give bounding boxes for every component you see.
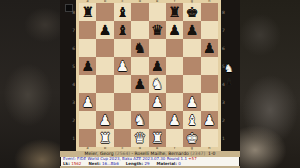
square-h4[interactable] [201,75,218,93]
square-a2[interactable] [79,111,96,129]
square-b4[interactable] [96,75,113,93]
rank-label-2: 2 [222,118,226,123]
black-rook[interactable]: ♜ [79,3,96,21]
square-g6[interactable] [183,39,200,57]
square-f3[interactable] [166,93,183,111]
chess-app-area: abcdefgh ♜♝♜♚♟♝♛♟♟♞♟♟♟♟♟♞♟♟♟♟♞♟♝♟♜♛♜♚ ab… [60,0,240,168]
white-rook[interactable]: ♜ [149,129,166,147]
square-a3[interactable]: ♟ [79,93,96,111]
rank-label-2: 2 [71,118,75,123]
rank-label-1: 1 [71,136,75,141]
black-pawn[interactable]: ♟ [79,57,96,75]
stat-lk: Lk: 1562 [63,161,81,166]
black-pawn[interactable]: ♟ [183,21,200,39]
stat-length: Length: 29 [126,161,150,166]
black-bishop[interactable]: ♝ [114,3,131,21]
white-rook[interactable]: ♜ [96,129,113,147]
square-c3[interactable] [114,93,131,111]
square-g5[interactable] [183,57,200,75]
left-letterbox-blur [0,0,60,168]
rank-label-8: 8 [71,10,75,15]
square-e3[interactable]: ♟ [149,93,166,111]
square-g3[interactable]: ♟ [183,93,200,111]
rank-label-6: 6 [71,46,75,51]
rank-label-5: 5 [222,64,226,69]
white-pawn[interactable]: ♟ [149,93,166,111]
square-c8[interactable]: ♝ [114,3,131,21]
square-a8[interactable]: ♜ [79,3,96,21]
black-knight[interactable]: ♞ [131,39,148,57]
square-d4[interactable]: ♟ [131,75,148,93]
white-pawn[interactable]: ♟ [96,111,113,129]
rank-label-7: 7 [222,28,226,33]
square-a7[interactable] [79,21,96,39]
square-h2[interactable]: ♟ [201,111,218,129]
square-d7[interactable] [131,21,148,39]
square-e1[interactable]: ♜ [149,129,166,147]
square-d1[interactable]: ♛ [131,129,148,147]
square-f2[interactable]: ♟ [166,111,183,129]
black-queen[interactable]: ♛ [149,21,166,39]
board: ♜♝♜♚♟♝♛♟♟♞♟♟♟♟♟♞♟♟♟♟♞♟♝♟♜♛♜♚ [79,3,218,147]
square-b6[interactable] [96,39,113,57]
video-frame: abcdefgh ♜♝♜♚♟♝♛♟♟♞♟♟♟♟♟♞♟♟♟♟♞♟♝♟♜♛♜♚ ab… [0,0,300,168]
black-pawn[interactable]: ♟ [201,39,218,57]
board-frame: abcdefgh ♜♝♜♚♟♝♛♟♟♞♟♟♟♟♟♞♟♟♟♟♞♟♝♟♜♛♜♚ ab… [76,0,221,151]
square-h3[interactable] [201,93,218,111]
square-h5[interactable] [201,57,218,75]
square-b3[interactable] [96,93,113,111]
square-b2[interactable]: ♟ [96,111,113,129]
square-e5[interactable]: ♟ [149,57,166,75]
right-letterbox-blur [240,0,300,168]
eval-value: +57 [188,156,196,161]
rank-label-8: 8 [222,10,226,15]
white-pawn[interactable]: ♟ [114,57,131,75]
rank-label-3: 3 [222,100,226,105]
white-knight[interactable]: ♞ [149,75,166,93]
square-c4[interactable] [114,75,131,93]
white-pawn[interactable]: ♟ [166,111,183,129]
white-pawn[interactable]: ♟ [183,93,200,111]
square-h7[interactable] [201,21,218,39]
square-d5[interactable] [131,57,148,75]
square-g1[interactable]: ♚ [183,129,200,147]
game-result: 1-0 [208,151,215,156]
black-king[interactable]: ♚ [183,3,200,21]
square-g2[interactable]: ♝ [183,111,200,129]
square-h6[interactable]: ♟ [201,39,218,57]
black-pawn[interactable]: ♟ [96,21,113,39]
square-c2[interactable] [114,111,131,129]
rank-label-1: 1 [222,136,226,141]
white-knight[interactable]: ♞ [131,111,148,129]
white-bishop[interactable]: ♝ [183,111,200,129]
square-b8[interactable] [96,3,113,21]
square-h8[interactable] [201,3,218,21]
square-e7[interactable]: ♛ [149,21,166,39]
rank-label-4: 4 [222,82,226,87]
square-b5[interactable] [96,57,113,75]
square-e8[interactable] [149,3,166,21]
square-b1[interactable]: ♜ [96,129,113,147]
black-rook[interactable]: ♜ [166,3,183,21]
white-queen[interactable]: ♛ [131,129,148,147]
stat-material: Material: 0 [157,161,181,166]
square-c1[interactable] [114,129,131,147]
stat-next: Next: 16...Bb6 [88,161,118,166]
bottom-blur-strip [60,166,240,168]
square-a1[interactable] [79,129,96,147]
square-e6[interactable] [149,39,166,57]
game-info-box: Event: FIDE World Cup 2023, Baku AZE 202… [61,157,239,166]
square-d3[interactable] [131,93,148,111]
square-d2[interactable]: ♞ [131,111,148,129]
square-f4[interactable] [166,75,183,93]
black-bishop[interactable]: ♝ [114,21,131,39]
square-d6[interactable]: ♞ [131,39,148,57]
square-a5[interactable]: ♟ [79,57,96,75]
square-c7[interactable]: ♝ [114,21,131,39]
square-a4[interactable] [79,75,96,93]
rank-label-7: 7 [71,28,75,33]
square-g4[interactable] [183,75,200,93]
black-pawn[interactable]: ♟ [166,21,183,39]
square-f7[interactable]: ♟ [166,21,183,39]
white-king[interactable]: ♚ [183,129,200,147]
square-g8[interactable]: ♚ [183,3,200,21]
square-h1[interactable] [201,129,218,147]
square-f5[interactable] [166,57,183,75]
rank-label-6: 6 [222,46,226,51]
square-f6[interactable] [166,39,183,57]
square-a6[interactable] [79,39,96,57]
black-pawn[interactable]: ♟ [131,75,148,93]
square-f1[interactable] [166,129,183,147]
white-pawn[interactable]: ♟ [79,93,96,111]
rank-label-3: 3 [71,100,75,105]
square-f8[interactable]: ♜ [166,3,183,21]
square-c5[interactable]: ♟ [114,57,131,75]
square-b7[interactable]: ♟ [96,21,113,39]
square-d8[interactable] [131,3,148,21]
rank-label-4: 4 [71,82,75,87]
square-g7[interactable]: ♟ [183,21,200,39]
white-pawn[interactable]: ♟ [201,111,218,129]
square-e2[interactable] [149,111,166,129]
square-c6[interactable] [114,39,131,57]
black-pawn[interactable]: ♟ [149,57,166,75]
square-e4[interactable]: ♞ [149,75,166,93]
rank-label-5: 5 [71,64,75,69]
